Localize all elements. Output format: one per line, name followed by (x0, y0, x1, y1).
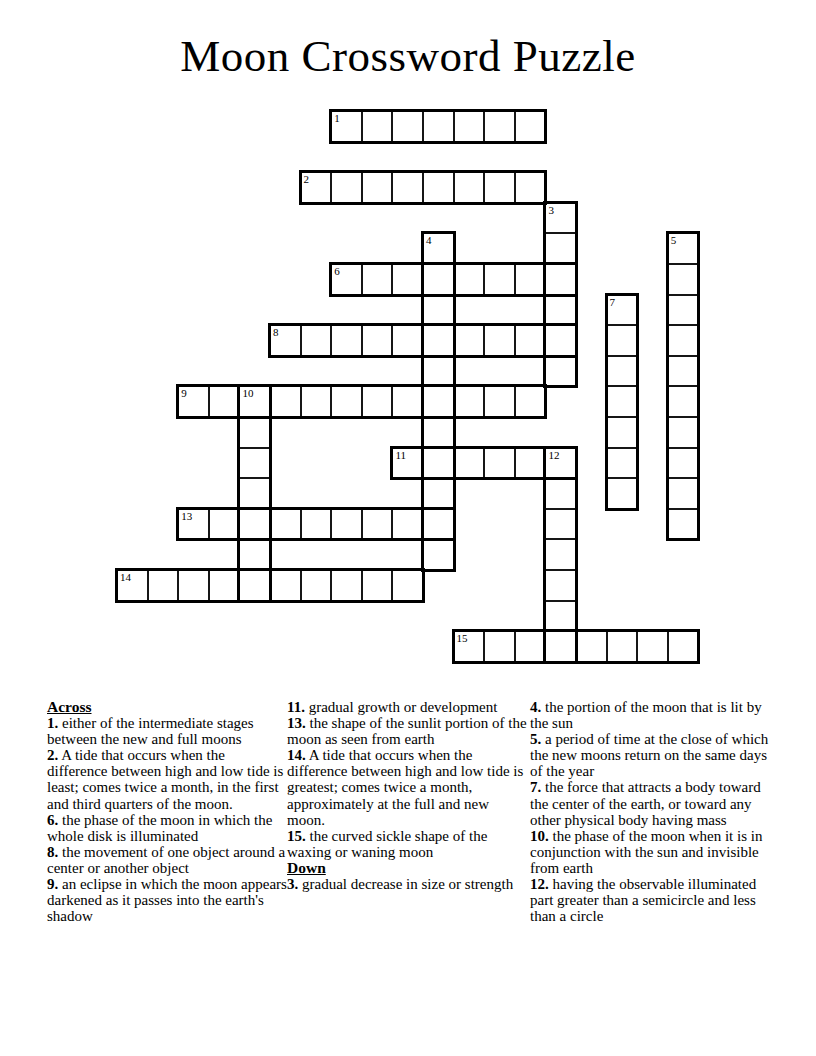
clue-across-11: 11. gradual growth or development (287, 699, 530, 715)
grid-cell[interactable] (514, 263, 547, 296)
grid-cell[interactable] (667, 508, 700, 541)
grid-cell[interactable] (544, 232, 577, 265)
grid-cell[interactable] (238, 447, 271, 480)
grid-cell[interactable] (544, 508, 577, 541)
clue-number: 4 (426, 234, 432, 246)
grid-cell[interactable] (269, 385, 302, 418)
grid-cell[interactable] (514, 171, 547, 204)
clue-down-10: 10. the phase of the moon when it is in … (530, 828, 770, 876)
grid-cell[interactable] (422, 324, 455, 357)
grid-cell[interactable] (544, 477, 577, 510)
grid-cell[interactable] (606, 630, 639, 663)
grid-cell[interactable] (544, 630, 577, 663)
grid-cell[interactable] (483, 171, 516, 204)
grid-cell[interactable] (422, 416, 455, 449)
clue-across-8: 8. the movement of one object around a c… (47, 844, 289, 876)
clue-number: 15 (457, 632, 468, 644)
grid-cell[interactable] (147, 569, 180, 602)
clue-across-6: 6. the phase of the moon in which the wh… (47, 812, 289, 844)
clues-column-3: 4. the portion of the moon that is lit b… (530, 699, 770, 924)
grid-cell[interactable]: 3 (544, 202, 577, 235)
grid-cell[interactable] (544, 600, 577, 633)
grid-cell[interactable] (636, 630, 669, 663)
grid-cell[interactable] (667, 294, 700, 327)
grid-cell[interactable] (606, 385, 639, 418)
grid-cell[interactable] (422, 477, 455, 510)
grid-cell[interactable] (667, 416, 700, 449)
grid-cell[interactable] (361, 110, 394, 143)
grid-cell[interactable] (177, 569, 210, 602)
grid-cell[interactable] (269, 569, 302, 602)
grid-cell[interactable] (422, 110, 455, 143)
grid-cell[interactable] (422, 385, 455, 418)
grid-cell[interactable] (422, 447, 455, 480)
clue-number: 13 (181, 510, 192, 522)
grid-cell[interactable] (667, 263, 700, 296)
grid-cell[interactable]: 8 (269, 324, 302, 357)
grid-cell[interactable] (330, 385, 363, 418)
grid-cell[interactable] (361, 324, 394, 357)
grid-cell[interactable] (391, 385, 424, 418)
grid-cell[interactable]: 2 (300, 171, 333, 204)
grid-cell[interactable]: 15 (453, 630, 486, 663)
grid-cell[interactable] (300, 385, 333, 418)
grid-cell[interactable] (453, 385, 486, 418)
grid-cell[interactable] (391, 171, 424, 204)
grid-cell[interactable] (667, 324, 700, 357)
grid-cell[interactable] (391, 508, 424, 541)
clue-down-4: 4. the portion of the moon that is lit b… (530, 699, 770, 731)
clue-down-7: 7. the force that attracts a body toward… (530, 779, 770, 827)
clue-number: 11 (395, 449, 406, 461)
clues-column-1: Across 1. either of the intermediate sta… (47, 699, 289, 924)
clue-number: 6 (334, 265, 340, 277)
down-header: Down (287, 860, 530, 876)
grid-cell[interactable] (544, 263, 577, 296)
clue-down-12: 12. having the observable illuminated pa… (530, 876, 770, 924)
grid-cell[interactable] (361, 508, 394, 541)
clue-number: 7 (610, 296, 616, 308)
grid-cell[interactable] (391, 324, 424, 357)
grid-cell[interactable] (544, 294, 577, 327)
grid-cell[interactable]: 9 (177, 385, 210, 418)
grid-cell[interactable]: 7 (606, 294, 639, 327)
clue-across-14: 14. A tide that occurs when the differen… (287, 747, 530, 827)
page-title: Moon Crossword Puzzle (0, 30, 816, 82)
grid-cell[interactable] (422, 538, 455, 571)
grid-cell[interactable] (606, 477, 639, 510)
clue-number: 8 (273, 326, 279, 338)
grid-cell[interactable] (514, 110, 547, 143)
grid-cell[interactable] (391, 110, 424, 143)
clue-number: 12 (548, 449, 559, 461)
grid-cell[interactable] (300, 569, 333, 602)
grid-cell[interactable] (544, 355, 577, 388)
grid-cell[interactable] (606, 416, 639, 449)
grid-cell[interactable]: 10 (238, 385, 271, 418)
clue-number: 1 (334, 112, 340, 124)
grid-cell[interactable] (606, 324, 639, 357)
grid-cell[interactable] (422, 355, 455, 388)
grid-cell[interactable] (667, 630, 700, 663)
grid-cell[interactable]: 14 (116, 569, 149, 602)
grid-cell[interactable] (483, 263, 516, 296)
grid-cell[interactable] (453, 447, 486, 480)
grid-cell[interactable] (300, 324, 333, 357)
grid-cell[interactable]: 13 (177, 508, 210, 541)
grid-cell[interactable] (453, 171, 486, 204)
clue-number: 5 (671, 234, 677, 246)
grid-cell[interactable] (330, 324, 363, 357)
grid-cell[interactable] (667, 385, 700, 418)
grid-cell[interactable] (667, 477, 700, 510)
grid-cell[interactable] (575, 630, 608, 663)
clues-column-2: 11. gradual growth or development 13. th… (287, 699, 530, 892)
grid-cell[interactable] (544, 538, 577, 571)
clue-down-3: 3. gradual decrease in size or strength (287, 876, 530, 892)
grid-cell[interactable] (208, 385, 241, 418)
clue-number: 9 (181, 387, 187, 399)
grid-cell[interactable] (238, 416, 271, 449)
across-header: Across (47, 699, 289, 715)
clue-across-1: 1. either of the intermediate stages bet… (47, 715, 289, 747)
grid-cell[interactable] (208, 569, 241, 602)
grid-cell[interactable]: 11 (391, 447, 424, 480)
grid-cell[interactable] (514, 447, 547, 480)
grid-cell[interactable] (483, 324, 516, 357)
grid-cell[interactable]: 6 (330, 263, 363, 296)
grid-cell[interactable] (514, 630, 547, 663)
clue-across-13: 13. the shape of the sunlit portion of t… (287, 715, 530, 747)
grid-cell[interactable] (514, 324, 547, 357)
grid-cell[interactable] (422, 171, 455, 204)
clue-across-9: 9. an eclipse in which the moon appears … (47, 876, 289, 924)
grid-cell[interactable] (238, 477, 271, 510)
grid-cell[interactable] (667, 447, 700, 480)
crossword-grid: 123456789101112131415 (116, 110, 700, 664)
grid-cell[interactable] (422, 508, 455, 541)
grid-cell[interactable]: 1 (330, 110, 363, 143)
grid-cell[interactable] (422, 263, 455, 296)
grid-cell[interactable] (361, 385, 394, 418)
grid-cell[interactable] (269, 508, 302, 541)
grid-cell[interactable] (208, 508, 241, 541)
grid-cell[interactable] (606, 447, 639, 480)
grid-cell[interactable]: 12 (544, 447, 577, 480)
grid-cell[interactable] (330, 508, 363, 541)
grid-cell[interactable] (361, 171, 394, 204)
grid-cell[interactable] (361, 569, 394, 602)
grid-cell[interactable] (606, 355, 639, 388)
grid-cell[interactable]: 4 (422, 232, 455, 265)
clue-number: 3 (548, 204, 554, 216)
grid-cell[interactable] (238, 569, 271, 602)
grid-cell[interactable] (453, 263, 486, 296)
grid-cell[interactable] (300, 508, 333, 541)
grid-cell[interactable] (391, 569, 424, 602)
grid-cell[interactable] (483, 447, 516, 480)
grid-cell[interactable] (422, 294, 455, 327)
grid-cell[interactable] (330, 569, 363, 602)
grid-cell[interactable] (238, 508, 271, 541)
grid-cell[interactable] (330, 171, 363, 204)
grid-cell[interactable] (667, 355, 700, 388)
grid-cell[interactable] (238, 538, 271, 571)
grid-cell[interactable] (483, 385, 516, 418)
grid-cell[interactable] (391, 263, 424, 296)
clue-number: 10 (242, 387, 253, 399)
grid-cell[interactable] (483, 630, 516, 663)
worksheet-page: Moon Crossword Puzzle 123456789101112131… (0, 0, 816, 1056)
clue-down-5: 5. a period of time at the close of whic… (530, 731, 770, 779)
grid-cell[interactable] (453, 324, 486, 357)
clue-across-2: 2. A tide that occurs when the differenc… (47, 747, 289, 811)
grid-cell[interactable] (544, 569, 577, 602)
clue-across-15: 15. the curved sickle shape of the waxin… (287, 828, 530, 860)
grid-cell[interactable] (483, 110, 516, 143)
grid-cell[interactable]: 5 (667, 232, 700, 265)
clue-number: 2 (304, 173, 310, 185)
grid-cell[interactable] (361, 263, 394, 296)
clue-number: 14 (120, 571, 131, 583)
grid-cell[interactable] (514, 385, 547, 418)
grid-cell[interactable] (544, 324, 577, 357)
grid-cell[interactable] (453, 110, 486, 143)
